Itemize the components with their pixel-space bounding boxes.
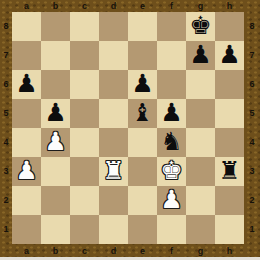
square-f7[interactable] xyxy=(157,41,186,70)
black-bishop-e5: ♝ xyxy=(131,100,153,125)
square-g1[interactable] xyxy=(186,215,215,244)
square-h2[interactable] xyxy=(215,186,244,215)
white-pawn-b4: ♟ xyxy=(44,129,66,154)
square-g2[interactable] xyxy=(186,186,215,215)
square-e3[interactable] xyxy=(128,157,157,186)
file-label-top-d: d xyxy=(99,0,128,12)
square-d2[interactable] xyxy=(99,186,128,215)
rank-label-left-8: 8 xyxy=(0,12,12,41)
file-label-bottom-e: e xyxy=(128,245,157,257)
square-d7[interactable] xyxy=(99,41,128,70)
square-g8[interactable]: ♚ xyxy=(186,12,215,41)
square-f8[interactable] xyxy=(157,12,186,41)
black-rook-h3: ♜ xyxy=(218,158,240,183)
square-b3[interactable] xyxy=(41,157,70,186)
file-label-top-e: e xyxy=(128,0,157,12)
rank-label-right-3: 3 xyxy=(246,157,258,186)
file-label-top-c: c xyxy=(70,0,99,12)
square-d5[interactable] xyxy=(99,99,128,128)
file-label-bottom-h: h xyxy=(215,245,244,257)
square-g3[interactable] xyxy=(186,157,215,186)
rank-label-right-1: 1 xyxy=(246,215,258,244)
square-c5[interactable] xyxy=(70,99,99,128)
file-label-top-g: g xyxy=(186,0,215,12)
rank-label-right-8: 8 xyxy=(246,12,258,41)
square-e2[interactable] xyxy=(128,186,157,215)
square-h3[interactable]: ♜ xyxy=(215,157,244,186)
square-e5[interactable]: ♝ xyxy=(128,99,157,128)
square-e6[interactable]: ♟ xyxy=(128,70,157,99)
square-h5[interactable] xyxy=(215,99,244,128)
rank-label-left-7: 7 xyxy=(0,41,12,70)
white-rook-d3: ♜ xyxy=(102,158,124,183)
file-label-bottom-b: b xyxy=(41,245,70,257)
file-label-top-f: f xyxy=(157,0,186,12)
square-b4[interactable]: ♟ xyxy=(41,128,70,157)
square-a7[interactable] xyxy=(12,41,41,70)
white-king-f3: ♚ xyxy=(160,158,182,183)
black-pawn-f5: ♟ xyxy=(160,100,182,125)
square-f2[interactable]: ♟ xyxy=(157,186,186,215)
rank-label-left-6: 6 xyxy=(0,70,12,99)
rank-label-left-3: 3 xyxy=(0,157,12,186)
file-label-bottom-d: d xyxy=(99,245,128,257)
black-king-g8: ♚ xyxy=(189,13,211,38)
square-d3[interactable]: ♜ xyxy=(99,157,128,186)
square-g7[interactable]: ♟ xyxy=(186,41,215,70)
square-d1[interactable] xyxy=(99,215,128,244)
square-a2[interactable] xyxy=(12,186,41,215)
file-label-bottom-a: a xyxy=(12,245,41,257)
square-e4[interactable] xyxy=(128,128,157,157)
square-d8[interactable] xyxy=(99,12,128,41)
rank-label-left-4: 4 xyxy=(0,128,12,157)
square-c3[interactable] xyxy=(70,157,99,186)
rank-label-right-5: 5 xyxy=(246,99,258,128)
square-b5[interactable]: ♟ xyxy=(41,99,70,128)
rank-label-right-4: 4 xyxy=(246,128,258,157)
square-b7[interactable] xyxy=(41,41,70,70)
square-b6[interactable] xyxy=(41,70,70,99)
black-knight-f4: ♞ xyxy=(160,129,182,154)
square-f6[interactable] xyxy=(157,70,186,99)
square-a4[interactable] xyxy=(12,128,41,157)
square-g6[interactable] xyxy=(186,70,215,99)
black-pawn-h7: ♟ xyxy=(218,42,240,67)
rank-label-right-2: 2 xyxy=(246,186,258,215)
square-f3[interactable]: ♚ xyxy=(157,157,186,186)
rank-label-right-6: 6 xyxy=(246,70,258,99)
square-c2[interactable] xyxy=(70,186,99,215)
square-h8[interactable] xyxy=(215,12,244,41)
square-e8[interactable] xyxy=(128,12,157,41)
black-pawn-e6: ♟ xyxy=(131,71,153,96)
square-h4[interactable] xyxy=(215,128,244,157)
square-c4[interactable] xyxy=(70,128,99,157)
square-a3[interactable]: ♟ xyxy=(12,157,41,186)
square-d6[interactable] xyxy=(99,70,128,99)
rank-label-left-2: 2 xyxy=(0,186,12,215)
square-b1[interactable] xyxy=(41,215,70,244)
square-c8[interactable] xyxy=(70,12,99,41)
square-g4[interactable] xyxy=(186,128,215,157)
square-h6[interactable] xyxy=(215,70,244,99)
square-a6[interactable]: ♟ xyxy=(12,70,41,99)
rank-label-left-5: 5 xyxy=(0,99,12,128)
white-pawn-f2: ♟ xyxy=(160,187,182,212)
file-label-bottom-c: c xyxy=(70,245,99,257)
square-d4[interactable] xyxy=(99,128,128,157)
black-pawn-b5: ♟ xyxy=(44,100,66,125)
square-b8[interactable] xyxy=(41,12,70,41)
square-a1[interactable] xyxy=(12,215,41,244)
white-pawn-a3: ♟ xyxy=(15,158,37,183)
square-c6[interactable] xyxy=(70,70,99,99)
square-f4[interactable]: ♞ xyxy=(157,128,186,157)
square-h7[interactable]: ♟ xyxy=(215,41,244,70)
black-pawn-g7: ♟ xyxy=(189,42,211,67)
square-a8[interactable] xyxy=(12,12,41,41)
black-pawn-a6: ♟ xyxy=(15,71,37,96)
rank-label-left-1: 1 xyxy=(0,215,12,244)
square-c1[interactable] xyxy=(70,215,99,244)
square-g5[interactable] xyxy=(186,99,215,128)
square-a5[interactable] xyxy=(12,99,41,128)
chess-board-widget: ♚♟♟♟♟♟♝♟♟♞♟♜♚♜♟ aabbccddeeffgghh88776655… xyxy=(0,0,260,260)
square-f1[interactable] xyxy=(157,215,186,244)
square-e7[interactable] xyxy=(128,41,157,70)
file-label-top-a: a xyxy=(12,0,41,12)
square-e1[interactable] xyxy=(128,215,157,244)
file-label-bottom-f: f xyxy=(157,245,186,257)
file-label-bottom-g: g xyxy=(186,245,215,257)
square-b2[interactable] xyxy=(41,186,70,215)
square-c7[interactable] xyxy=(70,41,99,70)
rank-label-right-7: 7 xyxy=(246,41,258,70)
square-h1[interactable] xyxy=(215,215,244,244)
file-label-top-b: b xyxy=(41,0,70,12)
file-label-top-h: h xyxy=(215,0,244,12)
square-f5[interactable]: ♟ xyxy=(157,99,186,128)
chess-board: ♚♟♟♟♟♟♝♟♟♞♟♜♚♜♟ xyxy=(12,12,244,244)
